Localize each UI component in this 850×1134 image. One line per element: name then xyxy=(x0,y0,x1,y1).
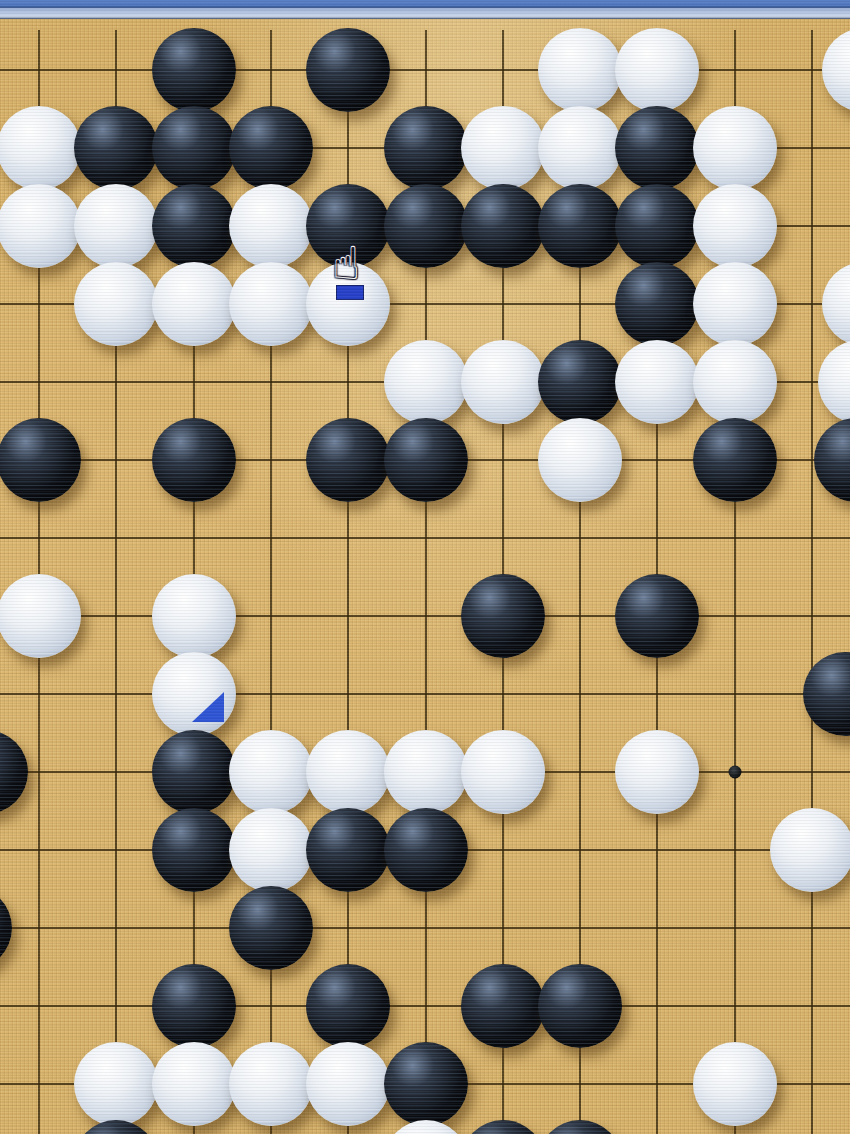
board-grid-hline xyxy=(0,693,850,695)
hand-cursor-icon: ☝ xyxy=(332,240,360,286)
white-stone[interactable] xyxy=(615,340,699,424)
white-stone[interactable] xyxy=(693,340,777,424)
white-stone[interactable] xyxy=(74,1042,158,1126)
white-stone[interactable] xyxy=(538,418,622,502)
black-stone[interactable] xyxy=(461,184,545,268)
white-stone[interactable] xyxy=(693,1042,777,1126)
black-stone[interactable] xyxy=(615,262,699,346)
white-stone[interactable] xyxy=(229,184,313,268)
black-stone[interactable] xyxy=(538,964,622,1048)
black-stone[interactable] xyxy=(152,28,236,112)
black-stone[interactable] xyxy=(0,418,81,502)
black-stone[interactable] xyxy=(306,418,390,502)
white-stone[interactable] xyxy=(384,340,468,424)
black-stone[interactable] xyxy=(306,28,390,112)
white-stone[interactable] xyxy=(152,1042,236,1126)
black-stone[interactable] xyxy=(461,964,545,1048)
black-stone[interactable] xyxy=(615,106,699,190)
black-stone[interactable] xyxy=(0,886,12,970)
white-stone[interactable] xyxy=(306,1042,390,1126)
board-grid-vline xyxy=(811,30,813,1134)
black-stone[interactable] xyxy=(461,574,545,658)
black-stone[interactable] xyxy=(306,964,390,1048)
white-stone[interactable] xyxy=(229,730,313,814)
black-stone[interactable] xyxy=(229,106,313,190)
black-stone[interactable] xyxy=(152,730,236,814)
white-stone[interactable] xyxy=(461,340,545,424)
black-stone[interactable] xyxy=(615,184,699,268)
black-stone[interactable] xyxy=(615,574,699,658)
white-stone[interactable] xyxy=(615,28,699,112)
board-grid-hline xyxy=(0,69,850,71)
white-stone[interactable] xyxy=(538,106,622,190)
black-stone[interactable] xyxy=(0,730,28,814)
white-stone[interactable] xyxy=(229,1042,313,1126)
white-stone[interactable] xyxy=(822,28,850,112)
board-grid-hline xyxy=(0,927,850,929)
screen: ☝ xyxy=(0,0,850,1134)
black-stone[interactable] xyxy=(152,184,236,268)
window-title-bar xyxy=(0,0,850,19)
black-stone[interactable] xyxy=(152,106,236,190)
black-stone[interactable] xyxy=(693,418,777,502)
board-grid-hline xyxy=(0,537,850,539)
white-stone[interactable] xyxy=(74,262,158,346)
black-stone[interactable] xyxy=(384,106,468,190)
blue-triangle-marker xyxy=(192,692,224,722)
white-stone[interactable] xyxy=(538,28,622,112)
white-stone[interactable] xyxy=(461,106,545,190)
white-stone[interactable] xyxy=(770,808,850,892)
star-point xyxy=(728,766,741,779)
black-stone[interactable] xyxy=(306,808,390,892)
white-stone[interactable] xyxy=(818,340,850,424)
black-stone[interactable] xyxy=(384,184,468,268)
white-stone[interactable] xyxy=(615,730,699,814)
black-stone[interactable] xyxy=(152,964,236,1048)
black-stone[interactable] xyxy=(538,184,622,268)
white-stone[interactable] xyxy=(693,106,777,190)
black-stone[interactable] xyxy=(229,886,313,970)
white-stone[interactable] xyxy=(306,730,390,814)
black-stone[interactable] xyxy=(538,340,622,424)
white-stone[interactable] xyxy=(384,730,468,814)
black-stone[interactable] xyxy=(461,1120,545,1134)
black-stone[interactable] xyxy=(152,418,236,502)
white-stone[interactable] xyxy=(0,184,81,268)
white-stone[interactable] xyxy=(693,184,777,268)
black-stone[interactable] xyxy=(74,106,158,190)
white-stone[interactable] xyxy=(152,262,236,346)
board-grid-hline xyxy=(0,1005,850,1007)
black-stone[interactable] xyxy=(538,1120,622,1134)
white-stone[interactable] xyxy=(0,574,81,658)
white-stone[interactable] xyxy=(229,808,313,892)
white-stone[interactable] xyxy=(461,730,545,814)
white-stone[interactable] xyxy=(384,1120,468,1134)
black-stone[interactable] xyxy=(74,1120,158,1134)
black-stone[interactable] xyxy=(814,418,850,502)
white-stone[interactable] xyxy=(822,262,850,346)
black-stone[interactable] xyxy=(152,808,236,892)
white-stone[interactable] xyxy=(152,574,236,658)
black-stone[interactable] xyxy=(384,808,468,892)
black-stone[interactable] xyxy=(384,1042,468,1126)
white-stone[interactable] xyxy=(693,262,777,346)
black-stone[interactable] xyxy=(384,418,468,502)
board-grid-hline xyxy=(0,615,850,617)
white-stone[interactable] xyxy=(229,262,313,346)
white-stone[interactable] xyxy=(74,184,158,268)
go-board[interactable] xyxy=(0,19,850,1134)
white-stone[interactable] xyxy=(0,106,81,190)
